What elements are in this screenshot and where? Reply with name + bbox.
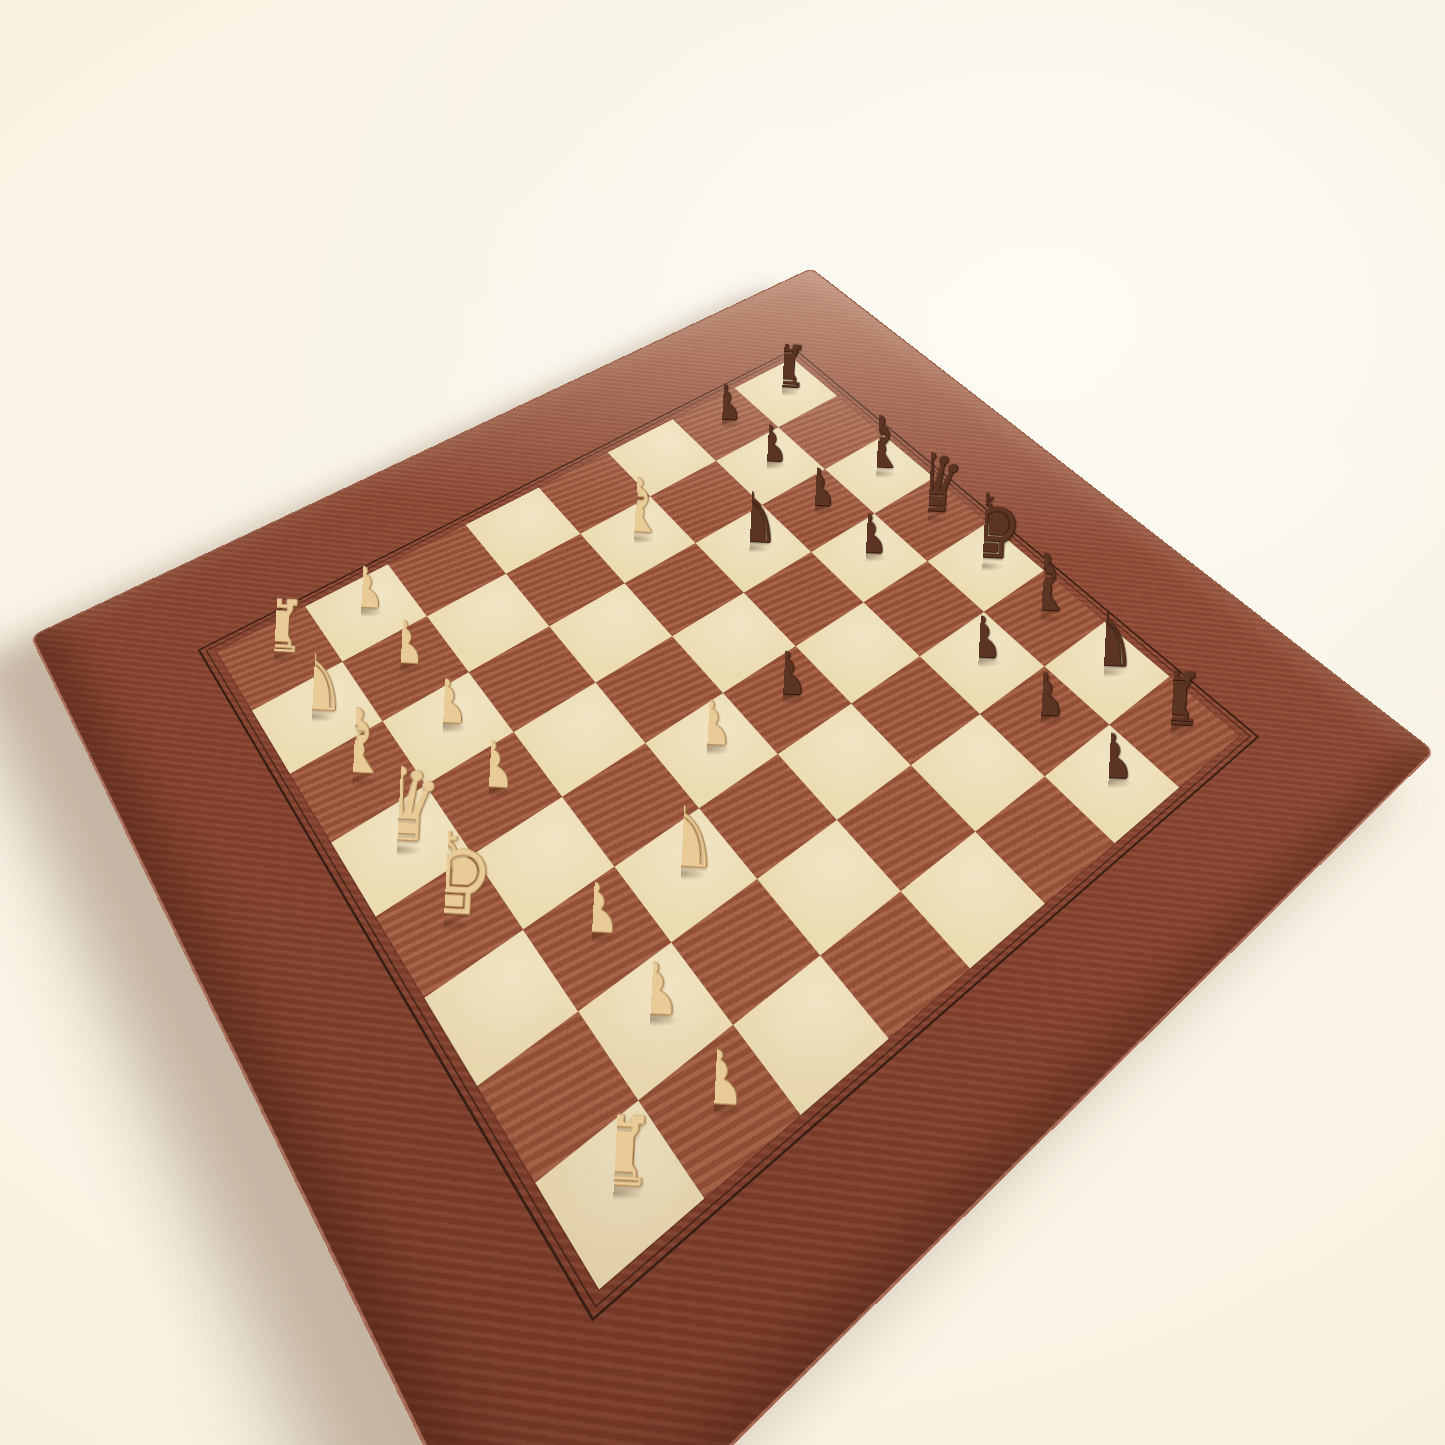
camera-tilt: ♜♝♛♚♝♞♜♟♟♟♟♟♟♟♞♝♟♟♞♟♟♟♟♟♟♟♜♞♝♛♚♜	[0, 0, 1445, 1445]
white-pawn-glyph: ♟	[680, 1040, 750, 1113]
white-pawn-glyph: ♟	[460, 733, 519, 795]
white-pawn-glyph: ♟	[561, 874, 625, 941]
white-pawn-glyph: ♟	[679, 693, 736, 753]
piece-black-pawn-e5[interactable]: ♟	[782, 645, 785, 700]
piece-white-king-e1[interactable]: ♚	[443, 821, 449, 927]
piece-white-pawn-e4[interactable]: ♟	[706, 694, 709, 751]
piece-white-knight-b1[interactable]: ♞	[311, 642, 315, 718]
black-pawn-glyph: ♟	[1080, 726, 1137, 786]
piece-white-pawn-d2[interactable]: ♟	[488, 735, 491, 794]
black-rook-glyph: ♜	[1138, 662, 1207, 734]
piece-white-pawn-c2[interactable]: ♟	[442, 672, 445, 729]
piece-white-pawn-g2[interactable]: ♟	[649, 955, 653, 1022]
white-pawn-glyph: ♟	[618, 953, 685, 1023]
piece-white-pawn-f2[interactable]: ♟	[591, 875, 594, 939]
piece-black-rook-h8[interactable]: ♜	[1170, 663, 1174, 732]
black-pawn-glyph: ♟	[1014, 665, 1069, 723]
black-pawn-glyph: ♟	[756, 644, 811, 702]
white-pawn-glyph: ♟	[415, 671, 472, 731]
piece-white-knight-f3[interactable]: ♞	[680, 793, 684, 876]
photo-background: ♜♝♛♚♝♞♜♟♟♟♟♟♟♟♞♝♟♟♞♟♟♟♟♟♟♟♜♞♝♛♚♜	[0, 0, 1445, 1445]
piece-black-pawn-h7[interactable]: ♟	[1107, 727, 1110, 785]
piece-white-rook-h1[interactable]: ♜	[613, 1104, 618, 1195]
white-knight-glyph: ♞	[641, 791, 724, 878]
scene: ♜♝♛♚♝♞♜♟♟♟♟♟♟♟♞♝♟♟♞♟♟♟♟♟♟♟♜♞♝♛♚♜	[0, 0, 1445, 1445]
white-king-glyph: ♚	[393, 818, 498, 929]
piece-white-pawn-h2[interactable]: ♟	[713, 1042, 717, 1112]
white-rook-glyph: ♜	[570, 1102, 660, 1197]
piece-black-pawn-g7[interactable]: ♟	[1040, 666, 1043, 721]
